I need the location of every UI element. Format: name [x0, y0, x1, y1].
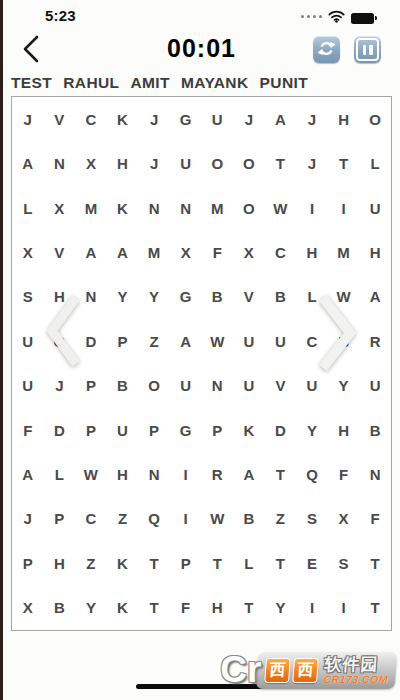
grid-cell[interactable]: T — [359, 586, 391, 630]
grid-cell[interactable]: I — [296, 186, 328, 230]
grid-cell[interactable]: T — [138, 586, 170, 630]
grid-cell[interactable]: J — [233, 97, 265, 141]
grid-cell[interactable]: A — [233, 452, 265, 496]
grid-cell[interactable]: R — [359, 319, 391, 363]
grid-cell[interactable]: A — [12, 452, 44, 496]
grid-cell[interactable]: I — [170, 452, 202, 496]
grid-cell[interactable]: M — [328, 230, 360, 274]
grid-cell[interactable]: Z — [265, 497, 297, 541]
status-icons — [301, 9, 374, 27]
grid-cell[interactable]: W — [202, 319, 234, 363]
pause-button[interactable] — [354, 36, 381, 63]
grid-cell[interactable]: U — [170, 364, 202, 408]
grid-cell[interactable]: I — [296, 586, 328, 630]
grid-cell[interactable]: B — [202, 275, 234, 319]
grid-cell[interactable]: R — [202, 452, 234, 496]
watermark-xi-box-2: 西 — [293, 658, 320, 683]
grid-cell[interactable]: X — [44, 186, 76, 230]
grid-cell[interactable]: O — [138, 364, 170, 408]
pause-icon — [356, 38, 379, 61]
grid-cell[interactable]: T — [328, 141, 360, 185]
grid-cell[interactable]: G — [170, 97, 202, 141]
grid-cell[interactable]: T — [138, 541, 170, 585]
grid-cell[interactable]: H — [328, 97, 360, 141]
grid-cell[interactable]: I — [328, 586, 360, 630]
grid-cell[interactable]: U — [233, 364, 265, 408]
grid-cell[interactable]: H — [328, 408, 360, 452]
grid-cell[interactable]: N — [170, 186, 202, 230]
grid-cell[interactable]: N — [202, 364, 234, 408]
grid-cell[interactable]: F — [328, 452, 360, 496]
grid-cell[interactable]: O — [233, 141, 265, 185]
grid-cell[interactable]: I — [170, 497, 202, 541]
wifi-icon — [328, 9, 345, 27]
chevron-left-icon — [43, 359, 83, 374]
next-puzzle-button[interactable] — [315, 291, 359, 378]
grid-cell[interactable]: A — [75, 230, 107, 274]
watermark-xi-box-1: 西 — [265, 658, 292, 683]
grid-cell[interactable]: I — [328, 186, 360, 230]
grid-cell[interactable]: T — [265, 141, 297, 185]
grid-cell[interactable]: D — [265, 408, 297, 452]
grid-cell[interactable]: Y — [296, 408, 328, 452]
grid-cell[interactable]: P — [75, 408, 107, 452]
grid-cell[interactable]: Y — [265, 586, 297, 630]
grid-cell[interactable]: T — [359, 541, 391, 585]
grid-cell[interactable]: K — [107, 586, 139, 630]
grid-cell[interactable]: T — [265, 452, 297, 496]
nav-bar: 00:01 — [3, 30, 400, 72]
grid-cell[interactable]: T — [233, 586, 265, 630]
refresh-icon — [316, 38, 337, 62]
grid-cell[interactable]: U — [265, 319, 297, 363]
grid-cell[interactable]: O — [202, 141, 234, 185]
grid-cell[interactable]: B — [359, 408, 391, 452]
grid-cell[interactable]: A — [265, 97, 297, 141]
grid-cell[interactable]: S — [328, 541, 360, 585]
grid-cell[interactable]: X — [12, 586, 44, 630]
grid-cell[interactable]: U — [359, 364, 391, 408]
refresh-button[interactable] — [313, 36, 340, 63]
grid-cell[interactable]: P — [138, 408, 170, 452]
grid-cell[interactable]: M — [202, 186, 234, 230]
grid-cell[interactable]: J — [138, 141, 170, 185]
grid-cell[interactable]: U — [233, 319, 265, 363]
grid-cell[interactable]: F — [359, 497, 391, 541]
grid-cell[interactable]: P — [170, 541, 202, 585]
watermark-site-name: 软件园 — [324, 656, 379, 673]
grid-cell[interactable]: J — [12, 97, 44, 141]
grid-cell[interactable]: C — [265, 230, 297, 274]
grid-cell[interactable]: L — [359, 141, 391, 185]
grid-cell[interactable]: L — [12, 186, 44, 230]
grid-cell[interactable]: K — [107, 186, 139, 230]
grid-cell[interactable]: U — [202, 97, 234, 141]
grid-cell[interactable]: N — [138, 186, 170, 230]
watermark-capsule: 西 西 软件园 CR173.COM — [256, 652, 397, 689]
grid-cell[interactable]: Q — [138, 497, 170, 541]
grid-cell[interactable]: X — [328, 497, 360, 541]
grid-cell[interactable]: N — [138, 452, 170, 496]
grid-cell[interactable]: J — [138, 97, 170, 141]
grid-cell[interactable]: O — [359, 97, 391, 141]
cellular-signal-icon — [301, 15, 322, 21]
grid-cell[interactable]: K — [107, 541, 139, 585]
grid-cell[interactable]: U — [12, 364, 44, 408]
grid-cell[interactable]: N — [359, 452, 391, 496]
grid-cell[interactable]: L — [233, 541, 265, 585]
grid-cell[interactable]: H — [107, 141, 139, 185]
grid-cell[interactable]: W — [265, 186, 297, 230]
grid-cell[interactable]: B — [233, 497, 265, 541]
grid-cell[interactable]: H — [202, 586, 234, 630]
grid-cell[interactable]: H — [107, 452, 139, 496]
grid-cell[interactable]: H — [296, 230, 328, 274]
grid-cell[interactable]: W — [75, 452, 107, 496]
grid-cell[interactable]: H — [44, 541, 76, 585]
grid-cell[interactable]: D — [44, 408, 76, 452]
word-item: RAHUL — [63, 74, 119, 91]
grid-cell[interactable]: A — [12, 141, 44, 185]
app-screen: 5:23 00:01 — [0, 0, 400, 700]
grid-cell[interactable]: P — [107, 319, 139, 363]
grid-cell[interactable]: G — [170, 408, 202, 452]
word-item: PUNIT — [260, 74, 309, 91]
grid-cell[interactable]: T — [265, 541, 297, 585]
grid-cell[interactable]: K — [107, 97, 139, 141]
grid-cell[interactable]: M — [138, 230, 170, 274]
grid-cell[interactable]: X — [170, 230, 202, 274]
grid-cell[interactable]: Z — [138, 319, 170, 363]
grid-cell[interactable]: Q — [296, 452, 328, 496]
grid-cell[interactable]: V — [265, 364, 297, 408]
grid-cell[interactable]: T — [202, 541, 234, 585]
grid-cell[interactable]: S — [12, 275, 44, 319]
battery-icon — [351, 13, 374, 24]
grid-cell[interactable]: A — [359, 275, 391, 319]
grid-cell[interactable]: U — [12, 319, 44, 363]
word-list: TESTRAHULAMITMAYANKPUNIT — [11, 74, 396, 92]
chevron-right-icon — [315, 363, 359, 378]
grid-cell[interactable]: B — [44, 586, 76, 630]
grid-cell[interactable]: Z — [75, 541, 107, 585]
grid-cell[interactable]: J — [12, 497, 44, 541]
grid-cell[interactable]: H — [359, 230, 391, 274]
status-bar: 5:23 — [3, 0, 400, 30]
grid-cell[interactable]: P — [12, 541, 44, 585]
home-indicator[interactable] — [136, 684, 273, 689]
grid-cell[interactable]: Y — [75, 586, 107, 630]
previous-puzzle-button[interactable] — [43, 291, 83, 374]
grid-cell[interactable]: J — [296, 97, 328, 141]
grid-cell[interactable]: F — [202, 230, 234, 274]
grid-cell[interactable]: K — [233, 408, 265, 452]
grid-cell[interactable]: U — [170, 141, 202, 185]
grid-cell[interactable]: M — [75, 186, 107, 230]
grid-cell[interactable]: V — [44, 97, 76, 141]
word-item: TEST — [11, 74, 52, 91]
grid-cell[interactable]: J — [296, 141, 328, 185]
grid-cell[interactable]: B — [107, 364, 139, 408]
grid-cell[interactable]: A — [107, 230, 139, 274]
status-time: 5:23 — [45, 7, 76, 24]
watermark-site-url: CR173.COM — [323, 673, 388, 685]
grid-cell[interactable]: W — [202, 497, 234, 541]
grid-cell[interactable]: P — [202, 408, 234, 452]
grid-cell[interactable]: X — [12, 230, 44, 274]
grid-cell[interactable]: Y — [107, 275, 139, 319]
grid-cell[interactable]: U — [359, 186, 391, 230]
grid-cell[interactable]: C — [75, 497, 107, 541]
grid-cell[interactable]: Y — [138, 275, 170, 319]
grid-cell[interactable]: O — [233, 186, 265, 230]
grid-cell[interactable]: N — [44, 141, 76, 185]
grid-cell[interactable]: B — [265, 275, 297, 319]
grid-cell[interactable]: C — [75, 97, 107, 141]
grid-cell[interactable]: Z — [107, 497, 139, 541]
grid-cell[interactable]: P — [44, 497, 76, 541]
grid-cell[interactable]: V — [44, 230, 76, 274]
grid-cell[interactable]: X — [75, 141, 107, 185]
grid-cell[interactable]: U — [107, 408, 139, 452]
grid-cell[interactable]: S — [296, 497, 328, 541]
word-item: MAYANK — [181, 74, 249, 91]
grid-cell[interactable]: A — [170, 319, 202, 363]
grid-cell[interactable]: F — [170, 586, 202, 630]
grid-cell[interactable]: L — [44, 452, 76, 496]
grid-cell[interactable]: X — [233, 230, 265, 274]
grid-cell[interactable]: F — [12, 408, 44, 452]
grid-cell[interactable]: V — [233, 275, 265, 319]
grid-cell[interactable]: E — [296, 541, 328, 585]
word-item: AMIT — [130, 74, 169, 91]
grid-cell[interactable]: G — [170, 275, 202, 319]
